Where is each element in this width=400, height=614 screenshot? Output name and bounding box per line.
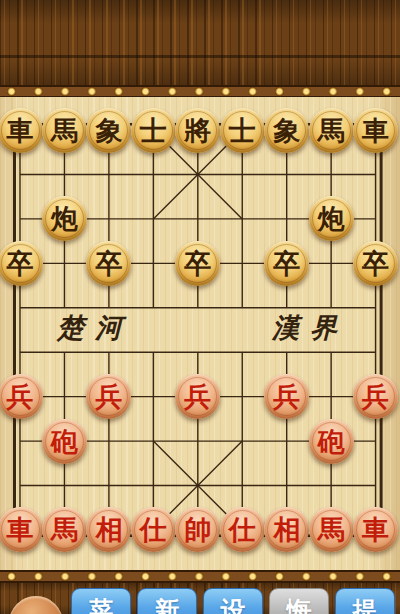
piece-red-soldier[interactable]: 兵: [264, 374, 309, 419]
piece-red-cannon[interactable]: 砲: [42, 419, 87, 464]
undo-button[interactable]: 悔: [269, 588, 329, 614]
menu-button[interactable]: 菜: [71, 588, 131, 614]
piece-black-cannon[interactable]: 炮: [42, 196, 87, 241]
piece-black-soldier[interactable]: 卒: [175, 241, 220, 286]
piece-red-cannon[interactable]: 砲: [309, 419, 354, 464]
piece-black-horse[interactable]: 馬: [42, 108, 87, 153]
hint-button[interactable]: 提: [335, 588, 395, 614]
piece-red-soldier[interactable]: 兵: [175, 374, 220, 419]
piece-red-advisor[interactable]: 仕: [131, 507, 176, 552]
river-label-chu-he: 楚河: [57, 313, 133, 343]
piece-red-horse[interactable]: 馬: [309, 507, 354, 552]
settings-button[interactable]: 设: [203, 588, 263, 614]
piece-red-elephant[interactable]: 相: [264, 507, 309, 552]
piece-black-soldier[interactable]: 卒: [86, 241, 131, 286]
piece-black-soldier[interactable]: 卒: [353, 241, 398, 286]
piece-red-chariot[interactable]: 車: [0, 507, 43, 552]
piece-black-soldier[interactable]: 卒: [264, 241, 309, 286]
piece-black-cannon[interactable]: 炮: [309, 196, 354, 241]
piece-black-advisor[interactable]: 士: [131, 108, 176, 153]
piece-red-chariot[interactable]: 車: [353, 507, 398, 552]
river-label-han-jie: 漢界: [272, 313, 348, 343]
piece-black-chariot[interactable]: 車: [353, 108, 398, 153]
piece-black-general[interactable]: 將: [175, 108, 220, 153]
piece-black-advisor[interactable]: 士: [220, 108, 265, 153]
top-wood-frame: [0, 0, 400, 85]
piece-black-soldier[interactable]: 卒: [0, 241, 43, 286]
piece-black-elephant[interactable]: 象: [86, 108, 131, 153]
piece-red-horse[interactable]: 馬: [42, 507, 87, 552]
piece-black-horse[interactable]: 馬: [309, 108, 354, 153]
piece-red-soldier[interactable]: 兵: [86, 374, 131, 419]
piece-red-soldier[interactable]: 兵: [353, 374, 398, 419]
xiangqi-app-screen: 楚河 漢界 車馬象士將士象馬車炮炮卒卒卒卒卒兵兵兵兵兵砲砲車馬相仕帥仕相馬車 帥…: [0, 0, 400, 614]
piece-black-elephant[interactable]: 象: [264, 108, 309, 153]
piece-red-general[interactable]: 帥: [175, 507, 220, 552]
xiangqi-board[interactable]: 楚河 漢界 車馬象士將士象馬車炮炮卒卒卒卒卒兵兵兵兵兵砲砲車馬相仕帥仕相馬車: [0, 97, 400, 570]
piece-red-advisor[interactable]: 仕: [220, 507, 265, 552]
new-game-button[interactable]: 新: [137, 588, 197, 614]
piece-red-elephant[interactable]: 相: [86, 507, 131, 552]
piece-black-chariot[interactable]: 車: [0, 108, 43, 153]
bottom-stud-strip: [0, 570, 400, 583]
piece-red-soldier[interactable]: 兵: [0, 374, 43, 419]
